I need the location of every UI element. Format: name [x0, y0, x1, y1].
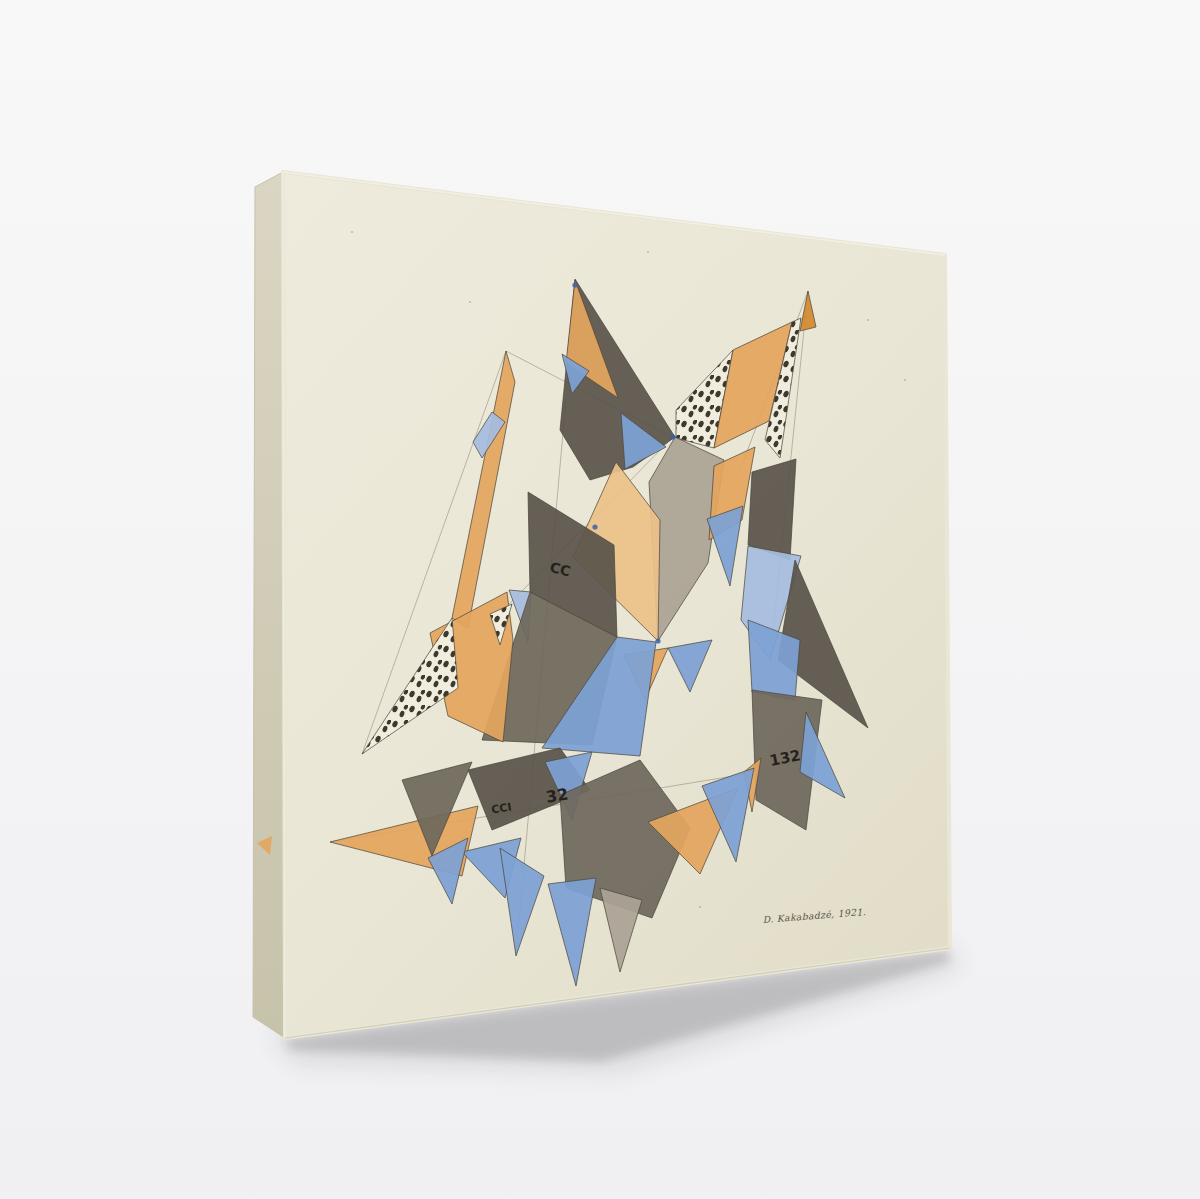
canvas-speck [469, 301, 471, 303]
junction-node [655, 638, 660, 643]
canvas-speck [699, 906, 701, 908]
canvas-side-face [253, 172, 285, 1038]
junction-node [592, 524, 597, 529]
junction-node [572, 282, 577, 287]
junction-node [670, 434, 675, 439]
inscription-32: 32 [545, 784, 570, 806]
canvas-speck [351, 231, 353, 233]
canvas-speck [904, 379, 906, 381]
side-face [253, 172, 285, 1038]
canvas-speck [867, 319, 869, 321]
canvas-speck [647, 251, 649, 253]
photo-stage: CCCCI32132 D. Kakabadzé, 1921. [0, 0, 1200, 1199]
scene-svg: CCCCI32132 D. Kakabadzé, 1921. [0, 0, 1200, 1199]
watercolor-shape-dark [748, 459, 796, 560]
